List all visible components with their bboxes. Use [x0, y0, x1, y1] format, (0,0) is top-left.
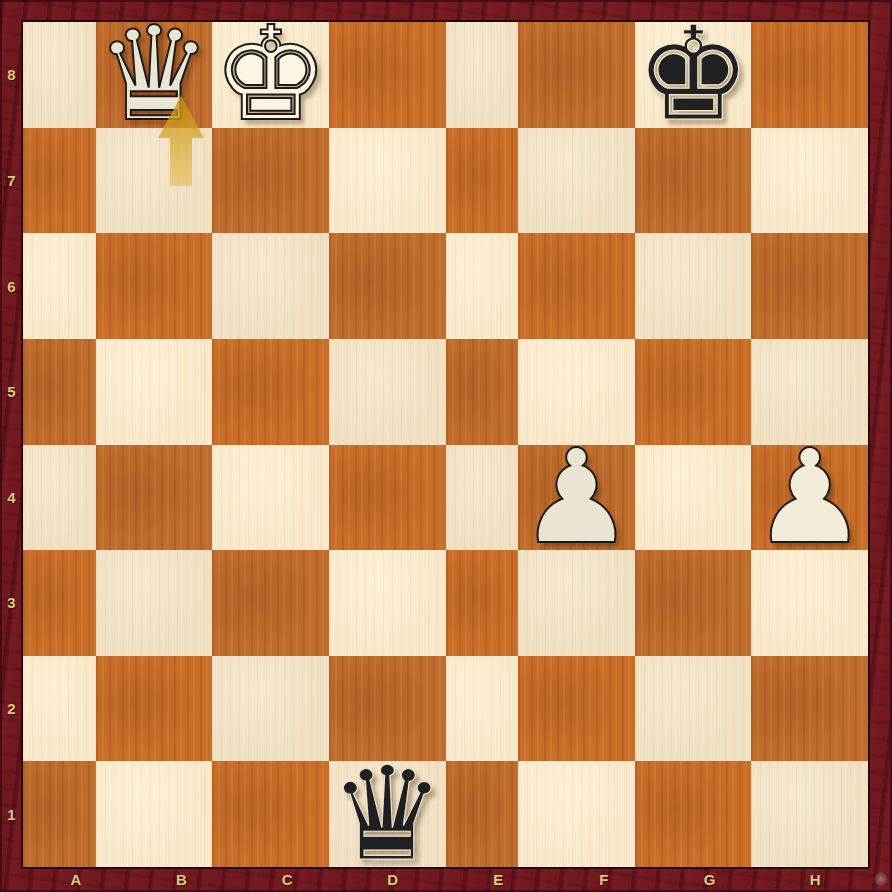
square-d8[interactable]	[329, 22, 446, 128]
square-a4[interactable]	[23, 445, 96, 551]
rank-label-1: 1	[0, 761, 23, 867]
square-a5[interactable]	[23, 339, 96, 445]
square-a8[interactable]	[23, 22, 96, 128]
square-a7[interactable]	[23, 128, 96, 234]
square-e3[interactable]	[446, 550, 519, 656]
square-g8[interactable]: ♚	[635, 22, 752, 128]
square-f7[interactable]	[518, 128, 635, 234]
file-label-a: A	[23, 867, 129, 892]
chess-board[interactable]: ♛♚♚♟♟♛	[23, 22, 868, 867]
square-e2[interactable]	[446, 656, 519, 762]
rank-label-3: 3	[0, 550, 23, 656]
square-f4[interactable]: ♟	[518, 445, 635, 551]
piece-black-queen[interactable]: ♛	[329, 762, 446, 867]
piece-white-pawn[interactable]: ♟	[518, 445, 635, 550]
square-d6[interactable]	[329, 233, 446, 339]
square-c4[interactable]	[212, 445, 329, 551]
square-e4[interactable]	[446, 445, 519, 551]
square-f1[interactable]	[518, 761, 635, 867]
square-f6[interactable]	[518, 233, 635, 339]
piece-white-pawn[interactable]: ♟	[751, 445, 868, 550]
file-label-b: B	[129, 867, 235, 892]
square-a1[interactable]	[23, 761, 96, 867]
square-c8[interactable]: ♚	[212, 22, 329, 128]
rank-label-6: 6	[0, 233, 23, 339]
square-g7[interactable]	[635, 128, 752, 234]
square-c5[interactable]	[212, 339, 329, 445]
square-a3[interactable]	[23, 550, 96, 656]
square-g6[interactable]	[635, 233, 752, 339]
square-b5[interactable]	[96, 339, 213, 445]
square-b2[interactable]	[96, 656, 213, 762]
square-d1[interactable]: ♛	[329, 761, 446, 867]
corner-watermark	[874, 872, 888, 886]
square-a6[interactable]	[23, 233, 96, 339]
piece-white-queen[interactable]: ♛	[96, 22, 213, 127]
square-c7[interactable]	[212, 128, 329, 234]
square-e5[interactable]	[446, 339, 519, 445]
square-b4[interactable]	[96, 445, 213, 551]
square-g3[interactable]	[635, 550, 752, 656]
square-d3[interactable]	[329, 550, 446, 656]
square-h1[interactable]	[751, 761, 868, 867]
file-label-g: G	[657, 867, 763, 892]
rank-label-7: 7	[0, 128, 23, 234]
square-h3[interactable]	[751, 550, 868, 656]
piece-white-king[interactable]: ♚	[212, 22, 329, 127]
rank-label-2: 2	[0, 656, 23, 762]
square-g4[interactable]	[635, 445, 752, 551]
file-label-h: H	[762, 867, 868, 892]
square-e7[interactable]	[446, 128, 519, 234]
rank-labels: 87654321	[0, 22, 23, 867]
square-d4[interactable]	[329, 445, 446, 551]
square-b6[interactable]	[96, 233, 213, 339]
square-h4[interactable]: ♟	[751, 445, 868, 551]
square-a2[interactable]	[23, 656, 96, 762]
square-e8[interactable]	[446, 22, 519, 128]
square-h7[interactable]	[751, 128, 868, 234]
square-b3[interactable]	[96, 550, 213, 656]
file-label-e: E	[446, 867, 552, 892]
square-c1[interactable]	[212, 761, 329, 867]
rank-label-4: 4	[0, 445, 23, 551]
square-d7[interactable]	[329, 128, 446, 234]
square-d5[interactable]	[329, 339, 446, 445]
square-e1[interactable]	[446, 761, 519, 867]
rank-label-5: 5	[0, 339, 23, 445]
file-label-c: C	[234, 867, 340, 892]
chessboard-frame: 87654321 ABCDEFGH ♛♚♚♟♟♛	[0, 0, 892, 892]
square-c3[interactable]	[212, 550, 329, 656]
file-label-f: F	[551, 867, 657, 892]
square-b1[interactable]	[96, 761, 213, 867]
square-f2[interactable]	[518, 656, 635, 762]
square-g2[interactable]	[635, 656, 752, 762]
rank-label-8: 8	[0, 22, 23, 128]
file-labels: ABCDEFGH	[23, 867, 868, 892]
square-f3[interactable]	[518, 550, 635, 656]
square-h2[interactable]	[751, 656, 868, 762]
square-c6[interactable]	[212, 233, 329, 339]
square-c2[interactable]	[212, 656, 329, 762]
square-h8[interactable]	[751, 22, 868, 128]
piece-black-king[interactable]: ♚	[635, 22, 752, 127]
square-h6[interactable]	[751, 233, 868, 339]
square-g1[interactable]	[635, 761, 752, 867]
square-e6[interactable]	[446, 233, 519, 339]
square-b7[interactable]	[96, 128, 213, 234]
square-g5[interactable]	[635, 339, 752, 445]
square-f8[interactable]	[518, 22, 635, 128]
square-b8[interactable]: ♛	[96, 22, 213, 128]
